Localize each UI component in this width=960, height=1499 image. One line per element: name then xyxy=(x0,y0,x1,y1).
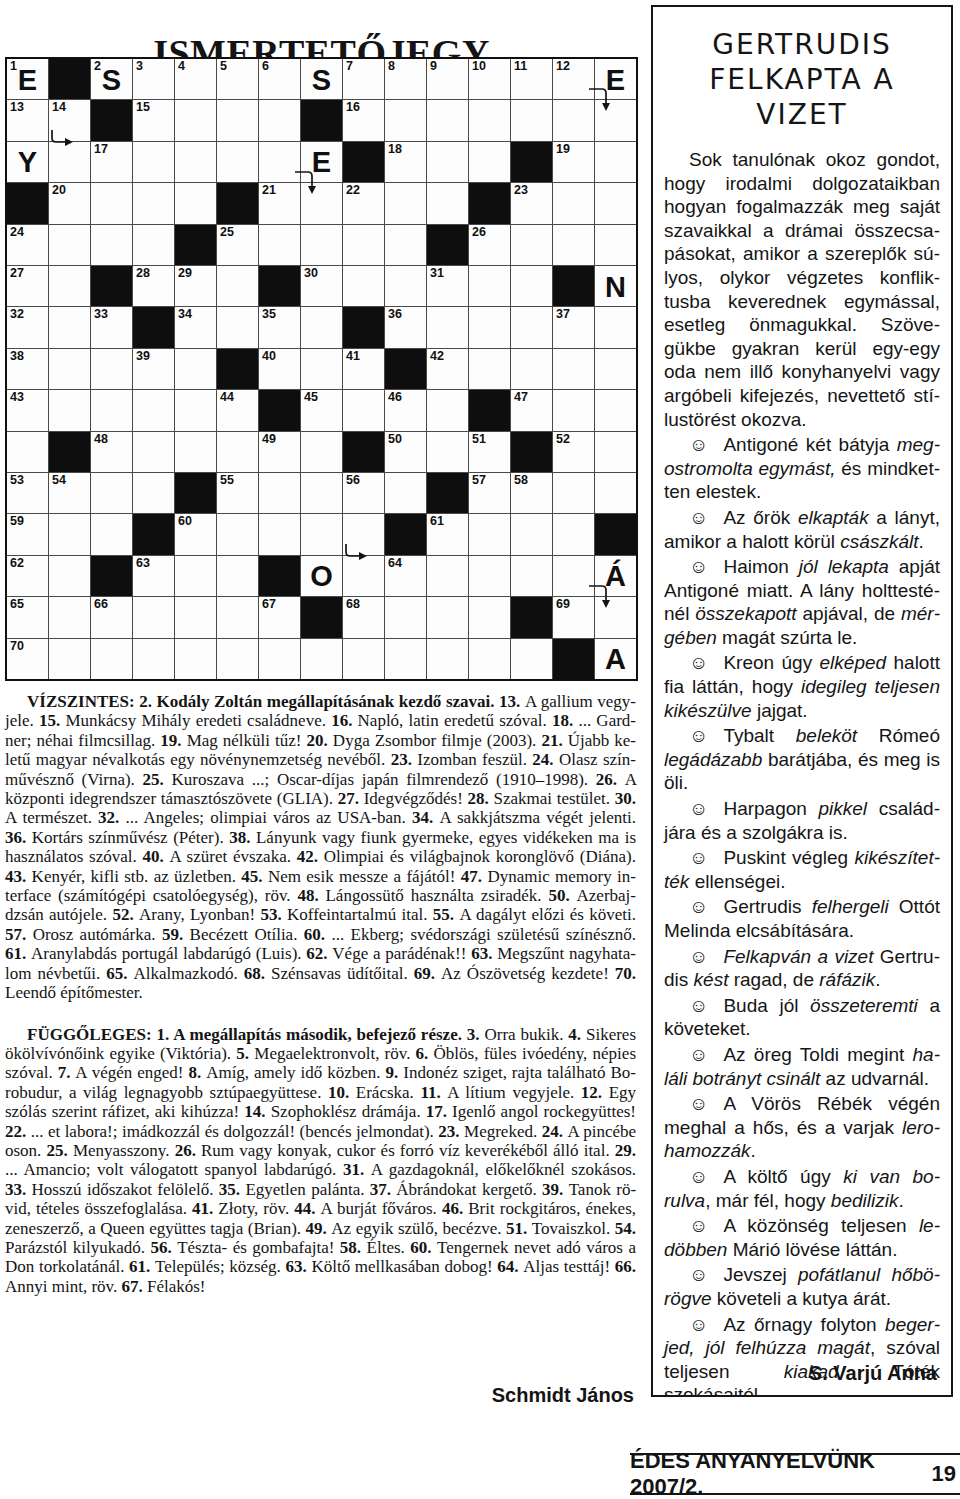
grid-cell-r2c13[interactable] xyxy=(511,100,552,140)
grid-cell-r7c10[interactable]: 36 xyxy=(385,307,426,347)
grid-cell-r3c6[interactable] xyxy=(217,142,258,182)
grid-cell-r5c8[interactable] xyxy=(301,225,342,265)
smiley-icon: ☺ xyxy=(689,725,708,746)
grid-cell-r8c14[interactable] xyxy=(553,349,594,389)
clue-number-26: 26 xyxy=(472,225,486,240)
grid-cell-r10c8[interactable] xyxy=(301,432,342,472)
article-item-9: ☺Felkapván a vizet Gertrudis kést ragad,… xyxy=(664,945,940,992)
grid-cell-r5c10[interactable] xyxy=(385,225,426,265)
grid-cell-r9c3[interactable] xyxy=(91,390,132,430)
clue-text-across-65: Alkalmazkodó. xyxy=(133,964,243,983)
grid-cell-r9c9[interactable] xyxy=(343,390,384,430)
prefilled-letter-r15c15: A xyxy=(595,639,636,679)
grid-cell-r6c4[interactable]: 28 xyxy=(133,266,174,306)
prefilled-letter-r1c15: E xyxy=(595,59,636,99)
grid-cell-r6c6[interactable] xyxy=(217,266,258,306)
grid-cell-r1c6[interactable]: 5 xyxy=(217,59,258,99)
grid-cell-r8c2[interactable] xyxy=(49,349,90,389)
block-cell-r12c4 xyxy=(133,514,174,554)
grid-cell-r13c4[interactable]: 63 xyxy=(133,556,174,596)
clue-number-24: 24 xyxy=(10,225,24,240)
grid-cell-r5c2[interactable] xyxy=(49,225,90,265)
grid-cell-r4c5[interactable] xyxy=(175,183,216,223)
grid-cell-r13c12[interactable] xyxy=(469,556,510,596)
grid-cell-r10c15[interactable] xyxy=(595,432,636,472)
grid-cell-r12c7[interactable] xyxy=(259,514,300,554)
grid-cell-r5c15[interactable] xyxy=(595,225,636,265)
block-cell-r8c6 xyxy=(217,349,258,389)
clue-num-down-7: 7. xyxy=(58,1063,76,1082)
grid-cell-r14c12[interactable] xyxy=(469,597,510,637)
grid-cell-r13c15[interactable]: Á xyxy=(595,556,636,596)
clue-number-49: 49 xyxy=(262,432,276,447)
grid-cell-r7c5[interactable]: 34 xyxy=(175,307,216,347)
grid-cell-r8c3[interactable] xyxy=(91,349,132,389)
grid-cell-r8c9[interactable]: 41 xyxy=(343,349,384,389)
block-cell-r13c3 xyxy=(91,556,132,596)
block-cell-r3c9 xyxy=(343,142,384,182)
grid-cell-r8c11[interactable]: 42 xyxy=(427,349,468,389)
grid-cell-r11c4[interactable] xyxy=(133,473,174,513)
grid-cell-r2c10[interactable] xyxy=(385,100,426,140)
grid-cell-r14c2[interactable] xyxy=(49,597,90,637)
grid-cell-r14c3[interactable]: 66 xyxy=(91,597,132,637)
grid-cell-r4c14[interactable] xyxy=(553,183,594,223)
grid-cell-r1c14[interactable]: 12 xyxy=(553,59,594,99)
clue-text-down-10: Erácska. xyxy=(356,1083,421,1102)
clue-num-down-3: 3. xyxy=(467,1025,485,1044)
grid-cell-r14c5[interactable] xyxy=(175,597,216,637)
grid-cell-r4c4[interactable] xyxy=(133,183,174,223)
clue-number-33: 33 xyxy=(94,307,108,322)
clue-number-30: 30 xyxy=(304,266,318,281)
clue-number-27: 27 xyxy=(10,266,24,281)
grid-cell-r1c4[interactable]: 3 xyxy=(133,59,174,99)
item-italic-text: ráfázik xyxy=(819,969,875,990)
grid-cell-r6c8[interactable]: 30 xyxy=(301,266,342,306)
grid-cell-r13c9[interactable] xyxy=(343,556,384,596)
grid-cell-r10c10[interactable]: 50 xyxy=(385,432,426,472)
grid-cell-r15c7[interactable] xyxy=(259,639,300,679)
grid-cell-r10c14[interactable]: 52 xyxy=(553,432,594,472)
grid-cell-r2c11[interactable] xyxy=(427,100,468,140)
grid-cell-r10c1[interactable] xyxy=(7,432,48,472)
clue-text-across-20: Dyga Zsombor filmje (2003). xyxy=(333,731,542,750)
grid-cell-r11c9[interactable]: 56 xyxy=(343,473,384,513)
grid-cell-r4c13[interactable]: 23 xyxy=(511,183,552,223)
grid-cell-r5c9[interactable] xyxy=(343,225,384,265)
clue-num-across-55: 55. xyxy=(433,905,460,924)
grid-cell-r8c13[interactable] xyxy=(511,349,552,389)
grid-cell-r5c1[interactable]: 24 xyxy=(7,225,48,265)
grid-cell-r1c5[interactable]: 4 xyxy=(175,59,216,99)
clue-number-6: 6 xyxy=(262,59,269,74)
grid-cell-r8c15[interactable] xyxy=(595,349,636,389)
grid-cell-r6c9[interactable] xyxy=(343,266,384,306)
grid-cell-r2c6[interactable] xyxy=(217,100,258,140)
clue-num-across-24: 24. xyxy=(532,750,559,769)
grid-cell-r8c1[interactable]: 38 xyxy=(7,349,48,389)
grid-cell-r7c3[interactable]: 33 xyxy=(91,307,132,347)
page-footer: ÉDES ANYANYELVÜNK 2007/2. 19 xyxy=(630,1453,960,1495)
grid-cell-r15c3[interactable] xyxy=(91,639,132,679)
clue-number-19: 19 xyxy=(556,142,570,157)
clue-number-20: 20 xyxy=(52,183,66,198)
clue-number-57: 57 xyxy=(472,473,486,488)
article-item-2: ☺Az őrök elkapták a lányt, amikor a halo… xyxy=(664,506,940,553)
grid-cell-r5c13[interactable] xyxy=(511,225,552,265)
grid-cell-r12c8[interactable] xyxy=(301,514,342,554)
grid-cell-r11c8[interactable] xyxy=(301,473,342,513)
block-cell-r5c11 xyxy=(427,225,468,265)
grid-cell-r15c13[interactable] xyxy=(511,639,552,679)
grid-cell-r1c3[interactable]: 2S xyxy=(91,59,132,99)
grid-cell-r7c1[interactable]: 32 xyxy=(7,307,48,347)
grid-cell-r6c1[interactable]: 27 xyxy=(7,266,48,306)
grid-cell-r3c12[interactable] xyxy=(469,142,510,182)
block-cell-r12c15 xyxy=(595,514,636,554)
grid-cell-r5c6[interactable]: 25 xyxy=(217,225,258,265)
grid-cell-r13c14[interactable] xyxy=(553,556,594,596)
grid-cell-r11c13[interactable]: 58 xyxy=(511,473,552,513)
grid-cell-r3c7[interactable] xyxy=(259,142,300,182)
grid-cell-r7c8[interactable] xyxy=(301,307,342,347)
grid-cell-r3c1[interactable]: Y xyxy=(7,142,48,182)
grid-cell-r15c10[interactable] xyxy=(385,639,426,679)
grid-cell-r5c7[interactable] xyxy=(259,225,300,265)
clue-text-across-45: Nem esik messze a fájától! xyxy=(268,867,461,886)
item-text: , már fél, hogy xyxy=(705,1190,831,1211)
grid-cell-r10c4[interactable] xyxy=(133,432,174,472)
clue-num-down-12: 12. xyxy=(581,1083,609,1102)
grid-cell-r6c11[interactable]: 31 xyxy=(427,266,468,306)
grid-cell-r12c14[interactable] xyxy=(553,514,594,554)
grid-cell-r11c1[interactable]: 53 xyxy=(7,473,48,513)
grid-cell-r11c3[interactable] xyxy=(91,473,132,513)
grid-cell-r6c12[interactable] xyxy=(469,266,510,306)
clue-num-down-11: 11. xyxy=(420,1083,447,1102)
grid-cell-r8c5[interactable] xyxy=(175,349,216,389)
grid-cell-r13c2[interactable] xyxy=(49,556,90,596)
grid-cell-r1c13[interactable]: 11 xyxy=(511,59,552,99)
grid-cell-r14c9[interactable]: 68 xyxy=(343,597,384,637)
grid-cell-r6c13[interactable] xyxy=(511,266,552,306)
grid-cell-r9c2[interactable] xyxy=(49,390,90,430)
item-text: Az őrnagy folyton xyxy=(723,1314,885,1335)
clue-num-across-60: 60. xyxy=(304,925,332,944)
clue-number-63: 63 xyxy=(136,556,150,571)
clue-number-54: 54 xyxy=(52,473,66,488)
clue-number-21: 21 xyxy=(262,183,276,198)
grid-cell-r4c11[interactable] xyxy=(427,183,468,223)
grid-cell-r2c1[interactable]: 13 xyxy=(7,100,48,140)
grid-cell-r8c12[interactable] xyxy=(469,349,510,389)
clue-text-across-62: Vége a parádénak!! xyxy=(332,944,471,963)
clue-text-down-25: Menyasszony. xyxy=(73,1141,175,1160)
grid-cell-r1c12[interactable]: 10 xyxy=(469,59,510,99)
grid-cell-r1c7[interactable]: 6 xyxy=(259,59,300,99)
clue-number-51: 51 xyxy=(472,432,486,447)
grid-cell-r12c13[interactable] xyxy=(511,514,552,554)
clue-text-across-48: Lángossütő használta zsiradék. xyxy=(325,886,548,905)
grid-cell-r14c6[interactable] xyxy=(217,597,258,637)
grid-cell-r14c11[interactable] xyxy=(427,597,468,637)
grid-cell-r2c7[interactable] xyxy=(259,100,300,140)
grid-cell-r11c15[interactable] xyxy=(595,473,636,513)
clue-num-across-40: 40. xyxy=(143,847,170,866)
grid-cell-r10c12[interactable]: 51 xyxy=(469,432,510,472)
grid-cell-r1c11[interactable]: 9 xyxy=(427,59,468,99)
grid-cell-r11c12[interactable]: 57 xyxy=(469,473,510,513)
grid-cell-r13c13[interactable] xyxy=(511,556,552,596)
grid-cell-r11c14[interactable] xyxy=(553,473,594,513)
clue-num-across-18: 18. xyxy=(552,711,578,730)
grid-cell-r3c14[interactable]: 19 xyxy=(553,142,594,182)
grid-cell-r10c3[interactable]: 48 xyxy=(91,432,132,472)
clue-number-22: 22 xyxy=(346,183,360,198)
prefilled-letter-r3c8: E xyxy=(301,142,342,182)
grid-cell-r4c15[interactable] xyxy=(595,183,636,223)
clue-number-64: 64 xyxy=(388,556,402,571)
grid-cell-r13c6[interactable] xyxy=(217,556,258,596)
clue-num-across-50: 50. xyxy=(548,886,576,905)
grid-cell-r14c4[interactable] xyxy=(133,597,174,637)
block-cell-r10c2 xyxy=(49,432,90,472)
crossword-grid: 1E2S3456S789101112E13141516Y17E181920212… xyxy=(5,57,638,681)
grid-cell-r15c15[interactable]: A xyxy=(595,639,636,679)
smiley-icon: ☺ xyxy=(689,995,708,1016)
grid-cell-r14c1[interactable]: 65 xyxy=(7,597,48,637)
article-item-8: ☺Gertrudis felhergeli Ottót Melinda elcs… xyxy=(664,895,940,942)
grid-cell-r5c14[interactable] xyxy=(553,225,594,265)
grid-cell-r12c5[interactable]: 60 xyxy=(175,514,216,554)
grid-cell-r7c12[interactable] xyxy=(469,307,510,347)
grid-cell-r7c2[interactable] xyxy=(49,307,90,347)
grid-cell-r8c4[interactable]: 39 xyxy=(133,349,174,389)
grid-cell-r4c8[interactable] xyxy=(301,183,342,223)
grid-cell-r12c6[interactable] xyxy=(217,514,258,554)
grid-cell-r7c14[interactable]: 37 xyxy=(553,307,594,347)
grid-cell-r9c10[interactable]: 46 xyxy=(385,390,426,430)
grid-cell-r5c12[interactable]: 26 xyxy=(469,225,510,265)
grid-cell-r7c15[interactable] xyxy=(595,307,636,347)
item-text: ellenségei. xyxy=(689,871,785,892)
article-item-10: ☺Buda jól összeteremti a követeket. xyxy=(664,994,940,1041)
clue-text-across-43: Kenyér, kifli stb. az üzletben. xyxy=(32,867,242,886)
grid-cell-r6c10[interactable] xyxy=(385,266,426,306)
grid-cell-r4c3[interactable] xyxy=(91,183,132,223)
item-italic-text: összekapott xyxy=(695,603,796,624)
grid-cell-r14c14[interactable]: 69 xyxy=(553,597,594,637)
grid-cell-r9c4[interactable] xyxy=(133,390,174,430)
grid-cell-r15c5[interactable] xyxy=(175,639,216,679)
clue-text-down-63: Költő mellkasában dobog! xyxy=(311,1257,497,1276)
clue-num-across-68: 68. xyxy=(244,964,271,983)
clue-num-across-34: 34. xyxy=(412,808,439,827)
grid-cell-r12c2[interactable] xyxy=(49,514,90,554)
grid-cell-r4c9[interactable]: 22 xyxy=(343,183,384,223)
grid-cell-r5c3[interactable] xyxy=(91,225,132,265)
clue-num-down-14: 14. xyxy=(244,1102,270,1121)
grid-cell-r1c15[interactable]: E xyxy=(595,59,636,99)
grid-cell-r9c5[interactable] xyxy=(175,390,216,430)
block-cell-r15c14 xyxy=(553,639,594,679)
grid-cell-r12c3[interactable] xyxy=(91,514,132,554)
item-text: magát szúrta le. xyxy=(717,627,857,648)
grid-cell-r11c10[interactable] xyxy=(385,473,426,513)
grid-cell-r12c11[interactable]: 61 xyxy=(427,514,468,554)
grid-cell-r10c6[interactable] xyxy=(217,432,258,472)
clue-num-down-44: 44. xyxy=(294,1199,320,1218)
grid-cell-r9c6[interactable]: 44 xyxy=(217,390,258,430)
grid-cell-r15c12[interactable] xyxy=(469,639,510,679)
item-text: Harpagon xyxy=(723,798,818,819)
grid-cell-r2c9[interactable]: 16 xyxy=(343,100,384,140)
grid-cell-r11c7[interactable] xyxy=(259,473,300,513)
grid-cell-r12c12[interactable] xyxy=(469,514,510,554)
item-text: Gertrudis xyxy=(723,896,811,917)
clue-text-down-1: A megállapítás második, befejező része. xyxy=(173,1025,467,1044)
clue-num-across-27: 27. xyxy=(338,789,364,808)
grid-cell-r7c11[interactable] xyxy=(427,307,468,347)
smiley-icon: ☺ xyxy=(689,946,708,967)
grid-cell-r15c1[interactable]: 70 xyxy=(7,639,48,679)
clue-number-3: 3 xyxy=(136,59,143,74)
grid-cell-r10c7[interactable]: 49 xyxy=(259,432,300,472)
grid-cell-r11c6[interactable]: 55 xyxy=(217,473,258,513)
clue-number-10: 10 xyxy=(472,59,486,74)
grid-cell-r7c7[interactable]: 35 xyxy=(259,307,300,347)
grid-cell-r4c10[interactable] xyxy=(385,183,426,223)
grid-cell-r13c11[interactable] xyxy=(427,556,468,596)
grid-cell-r15c8[interactable] xyxy=(301,639,342,679)
grid-cell-r10c11[interactable] xyxy=(427,432,468,472)
grid-cell-r1c1[interactable]: 1E xyxy=(7,59,48,99)
clue-text-across-60: ... Ekberg; svédországi születésű színés… xyxy=(331,925,636,944)
grid-cell-r4c7[interactable]: 21 xyxy=(259,183,300,223)
grid-cell-r15c6[interactable] xyxy=(217,639,258,679)
block-cell-r12c10 xyxy=(385,514,426,554)
clue-number-58: 58 xyxy=(514,473,528,488)
grid-cell-r1c9[interactable]: 7 xyxy=(343,59,384,99)
block-cell-r7c4 xyxy=(133,307,174,347)
clue-text-down-56: Tészta- és gombafajta! xyxy=(177,1238,340,1257)
grid-cell-r15c9[interactable] xyxy=(343,639,384,679)
clue-number-34: 34 xyxy=(178,307,192,322)
grid-cell-r13c8[interactable]: O xyxy=(301,556,342,596)
clue-num-across-25: 25. xyxy=(143,770,172,789)
prefilled-letter-r1c3: S xyxy=(91,59,132,99)
clue-num-across-13: 13. xyxy=(499,692,525,711)
grid-cell-r12c9[interactable] xyxy=(343,514,384,554)
grid-cell-r3c3[interactable]: 17 xyxy=(91,142,132,182)
block-cell-r9c12 xyxy=(469,390,510,430)
grid-cell-r3c15[interactable] xyxy=(595,142,636,182)
clue-text-down-22: ... et labora!; imádkozzál és dolgozzál!… xyxy=(31,1122,439,1141)
grid-cell-r13c5[interactable] xyxy=(175,556,216,596)
grid-cell-r10c5[interactable] xyxy=(175,432,216,472)
grid-cell-r2c14[interactable] xyxy=(553,100,594,140)
grid-cell-r13c10[interactable]: 64 xyxy=(385,556,426,596)
clue-num-down-66: 66. xyxy=(615,1257,636,1276)
grid-cell-r3c10[interactable]: 18 xyxy=(385,142,426,182)
grid-cell-r14c7[interactable]: 67 xyxy=(259,597,300,637)
grid-cell-r9c15[interactable] xyxy=(595,390,636,430)
grid-cell-r9c1[interactable]: 43 xyxy=(7,390,48,430)
grid-cell-r9c11[interactable] xyxy=(427,390,468,430)
grid-cell-r2c4[interactable]: 15 xyxy=(133,100,174,140)
grid-cell-r3c4[interactable] xyxy=(133,142,174,182)
grid-cell-r2c2[interactable]: 14 xyxy=(49,100,90,140)
grid-cell-r1c10[interactable]: 8 xyxy=(385,59,426,99)
grid-cell-r6c2[interactable] xyxy=(49,266,90,306)
clue-text-down-54: Parázstól kilyukadó. xyxy=(5,1238,150,1257)
grid-cell-r9c14[interactable] xyxy=(553,390,594,430)
clue-number-39: 39 xyxy=(136,349,150,364)
grid-cell-r14c15[interactable] xyxy=(595,597,636,637)
clue-text-across-34: A sakkjátszma végét jelenti. xyxy=(439,808,636,827)
grid-cell-r6c15[interactable]: N xyxy=(595,266,636,306)
grid-cell-r1c8[interactable]: S xyxy=(301,59,342,99)
grid-cell-r2c12[interactable] xyxy=(469,100,510,140)
grid-cell-r3c11[interactable] xyxy=(427,142,468,182)
grid-cell-r15c11[interactable] xyxy=(427,639,468,679)
clue-num-down-64: 64. xyxy=(497,1257,523,1276)
item-text: az udvarnál. xyxy=(820,1068,929,1089)
item-italic-text: Felkapván a vizet xyxy=(723,946,873,967)
clue-number-68: 68 xyxy=(346,597,360,612)
clue-number-12: 12 xyxy=(556,59,570,74)
magazine-page: ISMERTETŐJEGY 1E2S3456S789101112E1314151… xyxy=(0,0,960,1499)
grid-cell-r5c4[interactable] xyxy=(133,225,174,265)
clue-text-across-27: Idegvégződés! xyxy=(364,789,468,808)
grid-cell-r7c6[interactable] xyxy=(217,307,258,347)
grid-cell-r3c2[interactable] xyxy=(49,142,90,182)
block-cell-r1c2 xyxy=(49,59,90,99)
smiley-icon: ☺ xyxy=(689,434,708,455)
block-cell-r6c14 xyxy=(553,266,594,306)
block-cell-r7c9 xyxy=(343,307,384,347)
grid-cell-r3c5[interactable] xyxy=(175,142,216,182)
grid-cell-r15c2[interactable] xyxy=(49,639,90,679)
grid-cell-r9c8[interactable]: 45 xyxy=(301,390,342,430)
grid-cell-r6c5[interactable]: 29 xyxy=(175,266,216,306)
grid-cell-r9c13[interactable]: 47 xyxy=(511,390,552,430)
grid-cell-r11c2[interactable]: 54 xyxy=(49,473,90,513)
clue-text-down-61: Település; község. xyxy=(155,1257,285,1276)
clue-number-4: 4 xyxy=(178,59,185,74)
grid-cell-r3c8[interactable]: E xyxy=(301,142,342,182)
clue-num-down-37: 37. xyxy=(370,1180,397,1199)
clue-number-44: 44 xyxy=(220,390,234,405)
grid-cell-r8c7[interactable]: 40 xyxy=(259,349,300,389)
clue-number-69: 69 xyxy=(556,597,570,612)
grid-cell-r2c15[interactable] xyxy=(595,100,636,140)
grid-cell-r15c4[interactable] xyxy=(133,639,174,679)
grid-cell-r13c1[interactable]: 62 xyxy=(7,556,48,596)
clue-num-across-57: 57. xyxy=(5,925,33,944)
grid-cell-r4c2[interactable]: 20 xyxy=(49,183,90,223)
clue-text-across-69: Az Ószövetség kezdete! xyxy=(441,964,615,983)
grid-cell-r12c1[interactable]: 59 xyxy=(7,514,48,554)
clue-number-36: 36 xyxy=(388,307,402,322)
grid-cell-r14c10[interactable] xyxy=(385,597,426,637)
grid-cell-r7c13[interactable] xyxy=(511,307,552,347)
clue-num-across-32: 32. xyxy=(98,808,125,827)
clues-across-label: VÍZSZINTES: xyxy=(27,692,139,711)
grid-cell-r8c8[interactable] xyxy=(301,349,342,389)
grid-cell-r2c5[interactable] xyxy=(175,100,216,140)
